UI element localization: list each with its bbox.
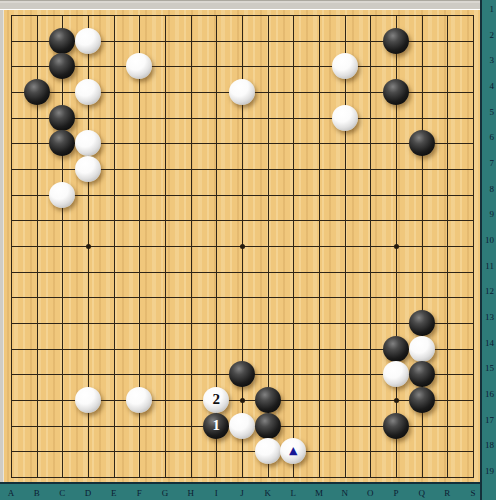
black-stone[interactable] xyxy=(383,79,409,105)
column-label: G xyxy=(158,487,172,499)
row-label: 14 xyxy=(482,337,494,349)
column-label: R xyxy=(440,487,454,499)
black-stone[interactable] xyxy=(49,130,75,156)
black-stone[interactable] xyxy=(383,413,409,439)
white-stone[interactable] xyxy=(75,387,101,413)
star-point xyxy=(86,244,91,249)
row-label: 15 xyxy=(482,362,494,374)
grid-line xyxy=(11,118,474,119)
move-number-label: 1 xyxy=(203,413,229,439)
go-app-window: 21▲ 12345678910111213141516171819 ABCDEF… xyxy=(0,0,496,500)
black-stone[interactable]: 1 xyxy=(203,413,229,439)
column-label: M xyxy=(312,487,326,499)
column-label: H xyxy=(184,487,198,499)
black-stone[interactable] xyxy=(229,361,255,387)
column-label: A xyxy=(4,487,18,499)
grid-line xyxy=(11,272,474,273)
triangle-marker-icon: ▲ xyxy=(280,438,306,464)
white-stone[interactable] xyxy=(383,361,409,387)
go-board[interactable]: 21▲ xyxy=(0,10,480,482)
row-label: 19 xyxy=(482,465,494,477)
column-label: S xyxy=(466,487,480,499)
black-stone[interactable] xyxy=(255,387,281,413)
white-stone[interactable] xyxy=(255,438,281,464)
move-number-label: 2 xyxy=(203,387,229,413)
row-coordinates-panel: 12345678910111213141516171819 xyxy=(480,0,496,500)
row-label: 9 xyxy=(482,208,494,220)
row-label: 16 xyxy=(482,388,494,400)
black-stone[interactable] xyxy=(409,361,435,387)
column-label: D xyxy=(81,487,95,499)
white-stone[interactable] xyxy=(49,182,75,208)
column-label: F xyxy=(132,487,146,499)
row-label: 3 xyxy=(482,54,494,66)
grid-line xyxy=(11,323,474,324)
column-label: N xyxy=(338,487,352,499)
black-stone[interactable] xyxy=(383,336,409,362)
row-label: 6 xyxy=(482,131,494,143)
grid-line xyxy=(11,195,474,196)
column-label: I xyxy=(209,487,223,499)
column-label: O xyxy=(363,487,377,499)
column-label: L xyxy=(286,487,300,499)
black-stone[interactable] xyxy=(49,28,75,54)
window-left-edge xyxy=(0,10,4,482)
black-stone[interactable] xyxy=(409,387,435,413)
grid-line xyxy=(11,297,474,298)
column-label: K xyxy=(261,487,275,499)
white-stone[interactable]: 2 xyxy=(203,387,229,413)
star-point xyxy=(240,398,245,403)
window-chrome-strip xyxy=(0,0,480,10)
column-label: E xyxy=(107,487,121,499)
row-label: 13 xyxy=(482,311,494,323)
column-label: Q xyxy=(415,487,429,499)
white-stone[interactable] xyxy=(332,53,358,79)
white-stone[interactable] xyxy=(332,105,358,131)
white-stone[interactable] xyxy=(75,130,101,156)
grid-line xyxy=(11,477,474,478)
black-stone[interactable] xyxy=(49,53,75,79)
row-label: 11 xyxy=(482,260,494,272)
white-stone[interactable] xyxy=(409,336,435,362)
star-point xyxy=(394,398,399,403)
black-stone[interactable] xyxy=(24,79,50,105)
black-stone[interactable] xyxy=(255,413,281,439)
black-stone[interactable] xyxy=(409,130,435,156)
row-label: 18 xyxy=(482,439,494,451)
row-label: 7 xyxy=(482,157,494,169)
column-label: P xyxy=(389,487,403,499)
row-label: 4 xyxy=(482,80,494,92)
row-label: 1 xyxy=(482,3,494,15)
black-stone[interactable] xyxy=(383,28,409,54)
row-label: 17 xyxy=(482,414,494,426)
white-stone[interactable] xyxy=(126,387,152,413)
white-stone[interactable]: ▲ xyxy=(280,438,306,464)
grid-line xyxy=(11,15,474,16)
black-stone[interactable] xyxy=(409,310,435,336)
row-label: 10 xyxy=(482,234,494,246)
white-stone[interactable] xyxy=(75,156,101,182)
white-stone[interactable] xyxy=(229,79,255,105)
white-stone[interactable] xyxy=(75,28,101,54)
row-label: 2 xyxy=(482,29,494,41)
white-stone[interactable] xyxy=(75,79,101,105)
white-stone[interactable] xyxy=(126,53,152,79)
star-point xyxy=(394,244,399,249)
star-point xyxy=(240,244,245,249)
row-label: 12 xyxy=(482,285,494,297)
row-label: 8 xyxy=(482,183,494,195)
row-label: 5 xyxy=(482,106,494,118)
black-stone[interactable] xyxy=(49,105,75,131)
column-label: J xyxy=(235,487,249,499)
white-stone[interactable] xyxy=(229,413,255,439)
column-label: B xyxy=(30,487,44,499)
grid-line xyxy=(11,451,474,452)
grid-line xyxy=(11,66,474,67)
column-label: C xyxy=(55,487,69,499)
grid-line xyxy=(11,220,474,221)
column-coordinates-panel: ABCDEFGHIJKLMNOPQRS xyxy=(0,482,480,500)
